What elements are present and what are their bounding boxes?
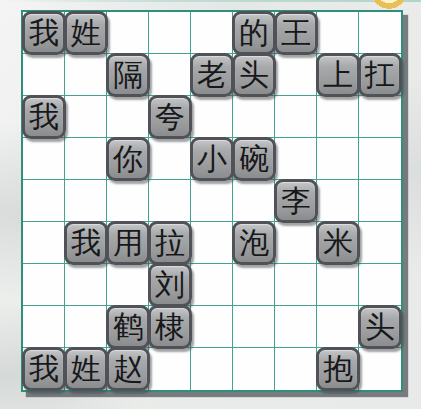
cell xyxy=(107,96,149,138)
cell xyxy=(233,348,275,390)
tile-我[interactable]: 我 xyxy=(22,347,66,391)
cell xyxy=(233,96,275,138)
tile-鹤[interactable]: 鹤 xyxy=(106,305,150,349)
cell xyxy=(191,180,233,222)
cell xyxy=(359,222,401,264)
tile-泡[interactable]: 泡 xyxy=(232,221,276,265)
cell xyxy=(317,306,359,348)
tile-隔[interactable]: 隔 xyxy=(106,53,150,97)
cell xyxy=(317,12,359,54)
cell xyxy=(191,222,233,264)
cell xyxy=(23,54,65,96)
tile-扛[interactable]: 扛 xyxy=(358,53,402,97)
tile-用[interactable]: 用 xyxy=(106,221,150,265)
tile-你[interactable]: 你 xyxy=(106,137,150,181)
tile-棣[interactable]: 棣 xyxy=(148,305,192,349)
tile-拉[interactable]: 拉 xyxy=(148,221,192,265)
cell xyxy=(23,264,65,306)
tile-老[interactable]: 老 xyxy=(190,53,234,97)
cell xyxy=(149,54,191,96)
cell xyxy=(191,96,233,138)
cell xyxy=(65,180,107,222)
tile-我[interactable]: 我 xyxy=(22,95,66,139)
cell xyxy=(23,222,65,264)
cell xyxy=(149,348,191,390)
cell xyxy=(191,12,233,54)
cell xyxy=(65,54,107,96)
tile-小[interactable]: 小 xyxy=(190,137,234,181)
tile-头[interactable]: 头 xyxy=(232,53,276,97)
tile-刘[interactable]: 刘 xyxy=(148,263,192,307)
cell xyxy=(275,138,317,180)
cell xyxy=(149,180,191,222)
tile-李[interactable]: 李 xyxy=(274,179,318,223)
cell xyxy=(149,12,191,54)
cell xyxy=(317,96,359,138)
cell xyxy=(275,54,317,96)
cell xyxy=(233,264,275,306)
top-edge-strip xyxy=(0,0,421,2)
cell xyxy=(233,306,275,348)
cell xyxy=(107,12,149,54)
tile-夸[interactable]: 夸 xyxy=(148,95,192,139)
cell xyxy=(359,138,401,180)
cell xyxy=(359,180,401,222)
cell xyxy=(65,306,107,348)
cell xyxy=(275,306,317,348)
cell xyxy=(107,264,149,306)
tile-王[interactable]: 王 xyxy=(274,11,318,55)
cell xyxy=(275,96,317,138)
tile-我[interactable]: 我 xyxy=(22,11,66,55)
cell xyxy=(191,348,233,390)
cell xyxy=(359,12,401,54)
board-grid: 我姓的王隔老头上扛我夸你小碗李我用拉泡米刘鹤棣头我姓赵抱 xyxy=(21,10,403,392)
tile-碗[interactable]: 碗 xyxy=(232,137,276,181)
tile-抱[interactable]: 抱 xyxy=(316,347,360,391)
cell xyxy=(65,138,107,180)
cell xyxy=(149,138,191,180)
cell xyxy=(65,96,107,138)
tile-我[interactable]: 我 xyxy=(64,221,108,265)
tile-上[interactable]: 上 xyxy=(316,53,360,97)
cell xyxy=(275,348,317,390)
cell xyxy=(191,264,233,306)
tile-赵[interactable]: 赵 xyxy=(106,347,150,391)
cell xyxy=(23,180,65,222)
tile-姓[interactable]: 姓 xyxy=(64,347,108,391)
cell xyxy=(359,264,401,306)
cell xyxy=(23,138,65,180)
cell xyxy=(233,180,275,222)
tile-米[interactable]: 米 xyxy=(316,221,360,265)
cell xyxy=(191,306,233,348)
tile-头[interactable]: 头 xyxy=(358,305,402,349)
cell xyxy=(317,180,359,222)
cell xyxy=(23,306,65,348)
cell xyxy=(317,138,359,180)
cell xyxy=(359,96,401,138)
cell xyxy=(107,180,149,222)
tile-的[interactable]: 的 xyxy=(232,11,276,55)
cell xyxy=(275,264,317,306)
cell xyxy=(317,264,359,306)
cell xyxy=(65,264,107,306)
cell xyxy=(359,348,401,390)
tile-姓[interactable]: 姓 xyxy=(64,11,108,55)
cell xyxy=(275,222,317,264)
